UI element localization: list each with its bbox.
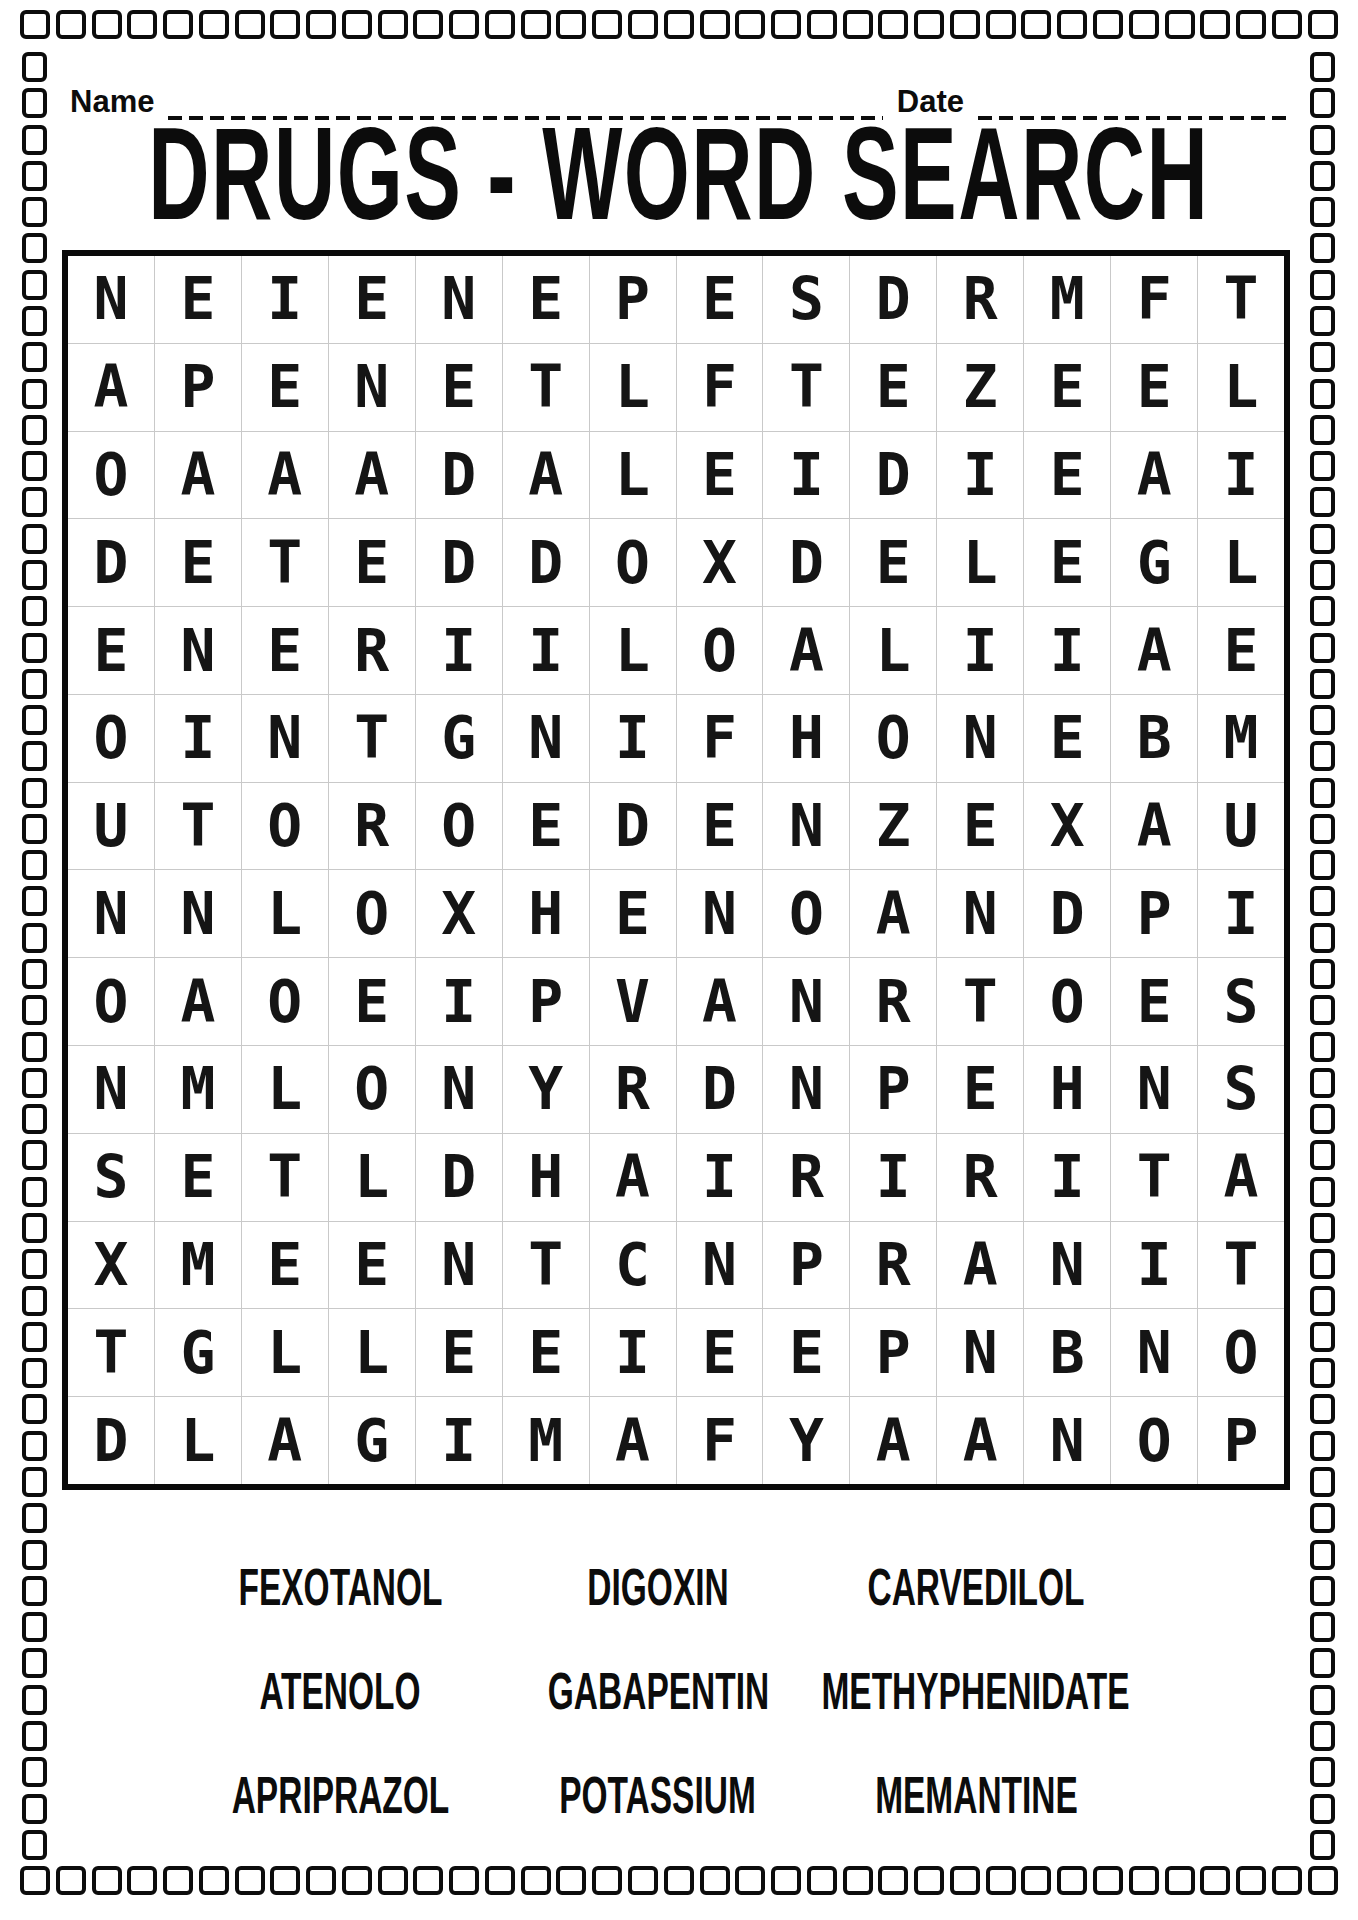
grid-cell-r9c10[interactable]: R <box>850 958 936 1045</box>
border-square <box>1310 995 1335 1025</box>
grid-cell-r13c2[interactable]: G <box>155 1309 241 1396</box>
grid-cell-r8c8[interactable]: N <box>677 870 763 957</box>
border-square <box>700 1866 730 1895</box>
grid-cell-r10c3[interactable]: L <box>242 1046 328 1133</box>
grid-cell-r11c13[interactable]: T <box>1111 1134 1197 1221</box>
grid-cell-r3c9[interactable]: I <box>763 432 849 519</box>
grid-cell-r8c5[interactable]: X <box>416 870 502 957</box>
border-square <box>22 1140 47 1170</box>
border-square <box>1310 1213 1335 1243</box>
border-square <box>22 1721 47 1751</box>
border-square <box>1310 52 1335 82</box>
border-square <box>22 1286 47 1316</box>
grid-cell-r13c14[interactable]: O <box>1198 1309 1284 1396</box>
grid-cell-r7c3[interactable]: O <box>242 783 328 870</box>
grid-cell-r1c13[interactable]: F <box>1111 256 1197 343</box>
border-square <box>22 1213 47 1243</box>
grid-cell-r7c5[interactable]: O <box>416 783 502 870</box>
grid-cell-r11c14[interactable]: A <box>1198 1134 1284 1221</box>
border-square <box>807 1866 837 1895</box>
grid-cell-r1c3[interactable]: I <box>242 256 328 343</box>
grid-cell-r12c9[interactable]: P <box>763 1222 849 1309</box>
border-square <box>1310 923 1335 953</box>
grid-cell-r11c1[interactable]: S <box>68 1134 154 1221</box>
border-square <box>378 10 408 39</box>
grid-cell-r1c5[interactable]: N <box>416 256 502 343</box>
grid-cell-r8c7[interactable]: E <box>590 870 676 957</box>
word-list-item: CARVEDILOL <box>817 1535 1135 1639</box>
word-list-item: APRIPRAZOL <box>181 1743 499 1847</box>
grid-cell-r11c7[interactable]: A <box>590 1134 676 1221</box>
grid-cell-r4c2[interactable]: E <box>155 519 241 606</box>
border-square <box>1310 596 1335 626</box>
word-list-item: DIGOXIN <box>499 1535 817 1639</box>
grid-cell-r14c11[interactable]: A <box>937 1397 1023 1484</box>
grid-cell-r9c6[interactable]: P <box>503 958 589 1045</box>
grid-cell-r4c12[interactable]: E <box>1024 519 1110 606</box>
border-square <box>163 10 193 39</box>
grid-cell-r14c3[interactable]: A <box>242 1397 328 1484</box>
grid-cell-r7c4[interactable]: R <box>329 783 415 870</box>
grid-cell-r10c4[interactable]: O <box>329 1046 415 1133</box>
grid-cell-r6c13[interactable]: B <box>1111 695 1197 782</box>
grid-cell-r8c2[interactable]: N <box>155 870 241 957</box>
grid-cell-r3c14[interactable]: I <box>1198 432 1284 519</box>
grid-cell-r7c11[interactable]: E <box>937 783 1023 870</box>
border-square <box>92 10 122 39</box>
grid-cell-r13c7[interactable]: I <box>590 1309 676 1396</box>
grid-cell-r14c2[interactable]: L <box>155 1397 241 1484</box>
grid-cell-r7c8[interactable]: E <box>677 783 763 870</box>
grid-cell-r4c8[interactable]: X <box>677 519 763 606</box>
grid-cell-r2c12[interactable]: E <box>1024 344 1110 431</box>
grid-cell-r12c3[interactable]: E <box>242 1222 328 1309</box>
grid-cell-r10c6[interactable]: Y <box>503 1046 589 1133</box>
grid-cell-r8c1[interactable]: N <box>68 870 154 957</box>
border-square <box>771 10 801 39</box>
grid-cell-r12c11[interactable]: A <box>937 1222 1023 1309</box>
border-square <box>1057 1866 1087 1895</box>
grid-cell-r5c7[interactable]: L <box>590 607 676 694</box>
grid-cell-r11c3[interactable]: T <box>242 1134 328 1221</box>
border-square <box>664 10 694 39</box>
grid-cell-r11c8[interactable]: I <box>677 1134 763 1221</box>
grid-cell-r4c4[interactable]: E <box>329 519 415 606</box>
border-square <box>413 10 443 39</box>
decorative-border-left <box>22 52 48 1860</box>
border-square <box>521 1866 551 1895</box>
grid-cell-r11c10[interactable]: I <box>850 1134 936 1221</box>
border-square <box>664 1866 694 1895</box>
grid-cell-r8c13[interactable]: P <box>1111 870 1197 957</box>
grid-cell-r4c13[interactable]: G <box>1111 519 1197 606</box>
grid-cell-r10c5[interactable]: N <box>416 1046 502 1133</box>
grid-cell-r6c8[interactable]: F <box>677 695 763 782</box>
border-square <box>22 415 47 445</box>
grid-cell-r9c14[interactable]: S <box>1198 958 1284 1045</box>
border-square <box>1236 10 1266 39</box>
grid-cell-r13c13[interactable]: N <box>1111 1309 1197 1396</box>
worksheet-page: Name Date DRUGS - WORD SEARCH NEIENEPESD… <box>0 0 1358 1920</box>
grid-cell-r2c5[interactable]: E <box>416 344 502 431</box>
grid-cell-r8c12[interactable]: D <box>1024 870 1110 957</box>
grid-cell-r5c3[interactable]: E <box>242 607 328 694</box>
grid-cell-r9c4[interactable]: E <box>329 958 415 1045</box>
grid-cell-r10c13[interactable]: N <box>1111 1046 1197 1133</box>
grid-cell-r3c8[interactable]: E <box>677 432 763 519</box>
grid-cell-r3c6[interactable]: A <box>503 432 589 519</box>
word-list-item: ATENOLO <box>181 1639 499 1743</box>
border-square <box>306 1866 336 1895</box>
grid-cell-r1c11[interactable]: R <box>937 256 1023 343</box>
border-square <box>22 1322 47 1352</box>
border-square <box>1310 1322 1335 1352</box>
border-square <box>1236 1866 1266 1895</box>
grid-cell-r7c1[interactable]: U <box>68 783 154 870</box>
border-square <box>1200 1866 1230 1895</box>
grid-cell-r3c12[interactable]: E <box>1024 432 1110 519</box>
border-square <box>342 10 372 39</box>
grid-cell-r5c9[interactable]: A <box>763 607 849 694</box>
grid-cell-r10c11[interactable]: E <box>937 1046 1023 1133</box>
grid-cell-r9c2[interactable]: A <box>155 958 241 1045</box>
border-square <box>1165 10 1195 39</box>
grid-cell-r12c13[interactable]: I <box>1111 1222 1197 1309</box>
border-square <box>22 1648 47 1678</box>
border-square <box>1093 1866 1123 1895</box>
border-square <box>22 342 47 372</box>
grid-cell-r5c5[interactable]: I <box>416 607 502 694</box>
border-square <box>22 1032 47 1062</box>
grid-cell-r14c9[interactable]: Y <box>763 1397 849 1484</box>
border-square <box>22 778 47 808</box>
grid-cell-r3c7[interactable]: L <box>590 432 676 519</box>
grid-cell-r6c1[interactable]: O <box>68 695 154 782</box>
border-square <box>449 1866 479 1895</box>
border-square <box>22 1794 47 1824</box>
grid-cell-r12c1[interactable]: X <box>68 1222 154 1309</box>
border-square <box>22 1757 47 1787</box>
grid-cell-r11c6[interactable]: H <box>503 1134 589 1221</box>
grid-cell-r14c13[interactable]: O <box>1111 1397 1197 1484</box>
grid-cell-r2c6[interactable]: T <box>503 344 589 431</box>
grid-cell-r11c4[interactable]: L <box>329 1134 415 1221</box>
grid-cell-r4c14[interactable]: L <box>1198 519 1284 606</box>
grid-cell-r1c8[interactable]: E <box>677 256 763 343</box>
grid-cell-r13c3[interactable]: L <box>242 1309 328 1396</box>
grid-cell-r5c14[interactable]: E <box>1198 607 1284 694</box>
grid-cell-r3c1[interactable]: O <box>68 432 154 519</box>
border-square <box>485 10 515 39</box>
border-square <box>1310 633 1335 663</box>
border-square <box>914 1866 944 1895</box>
grid-cell-r2c10[interactable]: E <box>850 344 936 431</box>
grid-cell-r7c7[interactable]: D <box>590 783 676 870</box>
border-square <box>1310 1249 1335 1279</box>
grid-cell-r2c3[interactable]: E <box>242 344 328 431</box>
grid-cell-r2c8[interactable]: F <box>677 344 763 431</box>
border-square <box>22 379 47 409</box>
grid-cell-r8c4[interactable]: O <box>329 870 415 957</box>
grid-cell-r10c14[interactable]: S <box>1198 1046 1284 1133</box>
grid-cell-r14c14[interactable]: P <box>1198 1397 1284 1484</box>
word-search-grid: NEIENEPESDRMFTAPENETLFTEZEELOAAADALEIDIE… <box>62 250 1290 1490</box>
grid-cell-r6c14[interactable]: M <box>1198 695 1284 782</box>
border-square <box>1093 10 1123 39</box>
grid-cell-r10c2[interactable]: M <box>155 1046 241 1133</box>
grid-cell-r8c6[interactable]: H <box>503 870 589 957</box>
grid-cell-r3c10[interactable]: D <box>850 432 936 519</box>
grid-cell-r2c7[interactable]: L <box>590 344 676 431</box>
grid-cell-r14c4[interactable]: G <box>329 1397 415 1484</box>
grid-cell-r14c12[interactable]: N <box>1024 1397 1110 1484</box>
border-square <box>1310 1286 1335 1316</box>
grid-cell-r10c1[interactable]: N <box>68 1046 154 1133</box>
grid-cell-r7c2[interactable]: T <box>155 783 241 870</box>
border-square <box>1272 1866 1302 1895</box>
border-square <box>22 923 47 953</box>
border-square <box>22 524 47 554</box>
grid-cell-r13c8[interactable]: E <box>677 1309 763 1396</box>
grid-cell-r9c7[interactable]: V <box>590 958 676 1045</box>
border-square <box>22 814 47 844</box>
grid-cell-r12c4[interactable]: E <box>329 1222 415 1309</box>
grid-cell-r6c9[interactable]: H <box>763 695 849 782</box>
border-square <box>449 10 479 39</box>
grid-cell-r1c2[interactable]: E <box>155 256 241 343</box>
grid-cell-r1c14[interactable]: T <box>1198 256 1284 343</box>
border-square <box>22 596 47 626</box>
grid-cell-r7c14[interactable]: U <box>1198 783 1284 870</box>
grid-cell-r3c2[interactable]: A <box>155 432 241 519</box>
grid-cell-r3c13[interactable]: A <box>1111 432 1197 519</box>
grid-cell-r12c10[interactable]: R <box>850 1222 936 1309</box>
grid-cell-r4c10[interactable]: E <box>850 519 936 606</box>
border-square <box>235 10 265 39</box>
grid-cell-r11c5[interactable]: D <box>416 1134 502 1221</box>
grid-cell-r10c7[interactable]: R <box>590 1046 676 1133</box>
grid-cell-r7c6[interactable]: E <box>503 783 589 870</box>
grid-cell-r10c9[interactable]: N <box>763 1046 849 1133</box>
grid-cell-r14c1[interactable]: D <box>68 1397 154 1484</box>
grid-cell-r1c9[interactable]: S <box>763 256 849 343</box>
grid-cell-r13c1[interactable]: T <box>68 1309 154 1396</box>
grid-cell-r8c11[interactable]: N <box>937 870 1023 957</box>
grid-cell-r8c9[interactable]: O <box>763 870 849 957</box>
border-square <box>1310 342 1335 372</box>
border-square <box>1308 10 1338 39</box>
grid-cell-r13c10[interactable]: P <box>850 1309 936 1396</box>
grid-cell-r6c6[interactable]: N <box>503 695 589 782</box>
word-list-item: METHYPHENIDATE <box>817 1639 1135 1743</box>
border-square <box>22 1467 47 1497</box>
border-square <box>1310 850 1335 880</box>
border-square <box>22 52 47 82</box>
grid-cell-r14c8[interactable]: F <box>677 1397 763 1484</box>
word-list-item: FEXOTANOL <box>181 1535 499 1639</box>
border-square <box>1165 1866 1195 1895</box>
border-square <box>22 487 47 517</box>
border-square <box>270 1866 300 1895</box>
grid-cell-r10c8[interactable]: D <box>677 1046 763 1133</box>
border-square <box>22 1358 47 1388</box>
grid-cell-r10c12[interactable]: H <box>1024 1046 1110 1133</box>
grid-cell-r5c13[interactable]: A <box>1111 607 1197 694</box>
border-square <box>22 850 47 880</box>
grid-cell-r14c7[interactable]: A <box>590 1397 676 1484</box>
border-square <box>22 1394 47 1424</box>
border-square <box>592 10 622 39</box>
grid-cell-r5c10[interactable]: L <box>850 607 936 694</box>
border-square <box>1310 814 1335 844</box>
grid-cell-r1c10[interactable]: D <box>850 256 936 343</box>
grid-cell-r4c5[interactable]: D <box>416 519 502 606</box>
grid-cell-r2c4[interactable]: N <box>329 344 415 431</box>
grid-cell-r11c12[interactable]: I <box>1024 1134 1110 1221</box>
border-square <box>22 1503 47 1533</box>
border-square <box>306 10 336 39</box>
border-square <box>1310 1467 1335 1497</box>
border-square <box>22 741 47 771</box>
grid-cell-r14c10[interactable]: A <box>850 1397 936 1484</box>
border-square <box>1310 415 1335 445</box>
border-square <box>592 1866 622 1895</box>
grid-cell-r4c3[interactable]: T <box>242 519 328 606</box>
border-square <box>22 959 47 989</box>
border-square <box>342 1866 372 1895</box>
grid-cell-r1c4[interactable]: E <box>329 256 415 343</box>
grid-cell-r6c12[interactable]: E <box>1024 695 1110 782</box>
grid-cell-r6c10[interactable]: O <box>850 695 936 782</box>
border-square <box>270 10 300 39</box>
border-square <box>735 1866 765 1895</box>
grid-cell-r12c7[interactable]: C <box>590 1222 676 1309</box>
grid-cell-r13c6[interactable]: E <box>503 1309 589 1396</box>
border-square <box>521 10 551 39</box>
border-square <box>1310 886 1335 916</box>
grid-cell-r13c9[interactable]: E <box>763 1309 849 1396</box>
grid-cell-r8c10[interactable]: A <box>850 870 936 957</box>
grid-cell-r4c7[interactable]: O <box>590 519 676 606</box>
border-square <box>22 669 47 699</box>
grid-cell-r11c11[interactable]: R <box>937 1134 1023 1221</box>
grid-cell-r6c11[interactable]: N <box>937 695 1023 782</box>
grid-cell-r12c12[interactable]: N <box>1024 1222 1110 1309</box>
grid-cell-r14c5[interactable]: I <box>416 1397 502 1484</box>
grid-cell-r7c13[interactable]: A <box>1111 783 1197 870</box>
grid-cell-r5c1[interactable]: E <box>68 607 154 694</box>
grid-cell-r9c13[interactable]: E <box>1111 958 1197 1045</box>
grid-cell-r5c12[interactable]: I <box>1024 607 1110 694</box>
grid-cell-r8c3[interactable]: L <box>242 870 328 957</box>
grid-cell-r3c3[interactable]: A <box>242 432 328 519</box>
border-square <box>20 10 50 39</box>
grid-cell-r7c10[interactable]: Z <box>850 783 936 870</box>
border-square <box>56 1866 86 1895</box>
grid-cell-r13c12[interactable]: B <box>1024 1309 1110 1396</box>
grid-cell-r12c5[interactable]: N <box>416 1222 502 1309</box>
grid-cell-r6c3[interactable]: N <box>242 695 328 782</box>
border-square <box>1021 1866 1051 1895</box>
grid-cell-r10c10[interactable]: P <box>850 1046 936 1133</box>
border-square <box>878 10 908 39</box>
grid-cell-r4c6[interactable]: D <box>503 519 589 606</box>
grid-cell-r5c4[interactable]: R <box>329 607 415 694</box>
grid-cell-r5c11[interactable]: I <box>937 607 1023 694</box>
grid-cell-r11c2[interactable]: E <box>155 1134 241 1221</box>
grid-cell-r4c1[interactable]: D <box>68 519 154 606</box>
border-square <box>878 1866 908 1895</box>
border-square <box>1310 669 1335 699</box>
grid-cell-r9c1[interactable]: O <box>68 958 154 1045</box>
grid-cell-r9c11[interactable]: T <box>937 958 1023 1045</box>
grid-cell-r6c2[interactable]: I <box>155 695 241 782</box>
grid-cell-r13c5[interactable]: E <box>416 1309 502 1396</box>
border-square <box>20 1866 50 1895</box>
grid-cell-r1c6[interactable]: E <box>503 256 589 343</box>
grid-cell-r2c13[interactable]: E <box>1111 344 1197 431</box>
grid-cell-r2c2[interactable]: P <box>155 344 241 431</box>
grid-cell-r1c7[interactable]: P <box>590 256 676 343</box>
grid-cell-r5c2[interactable]: N <box>155 607 241 694</box>
grid-cell-r6c4[interactable]: T <box>329 695 415 782</box>
grid-cell-r13c11[interactable]: N <box>937 1309 1023 1396</box>
grid-cell-r7c9[interactable]: N <box>763 783 849 870</box>
border-square <box>22 1177 47 1207</box>
border-square <box>1310 1431 1335 1461</box>
border-square <box>807 10 837 39</box>
grid-cell-r3c11[interactable]: I <box>937 432 1023 519</box>
border-square <box>1310 778 1335 808</box>
grid-cell-r14c6[interactable]: M <box>503 1397 589 1484</box>
grid-cell-r2c14[interactable]: L <box>1198 344 1284 431</box>
grid-cell-r13c4[interactable]: L <box>329 1309 415 1396</box>
grid-cell-r12c6[interactable]: T <box>503 1222 589 1309</box>
grid-cell-r11c9[interactable]: R <box>763 1134 849 1221</box>
border-square <box>22 1685 47 1715</box>
grid-cell-r1c1[interactable]: N <box>68 256 154 343</box>
grid-cell-r6c7[interactable]: I <box>590 695 676 782</box>
grid-cell-r5c6[interactable]: I <box>503 607 589 694</box>
grid-cell-r7c12[interactable]: X <box>1024 783 1110 870</box>
grid-cell-r8c14[interactable]: I <box>1198 870 1284 957</box>
grid-cell-r9c5[interactable]: I <box>416 958 502 1045</box>
grid-cell-r1c12[interactable]: M <box>1024 256 1110 343</box>
border-square <box>22 1540 47 1570</box>
grid-cell-r9c9[interactable]: N <box>763 958 849 1045</box>
grid-cell-r3c4[interactable]: A <box>329 432 415 519</box>
grid-cell-r2c9[interactable]: T <box>763 344 849 431</box>
grid-cell-r4c9[interactable]: D <box>763 519 849 606</box>
grid-cell-r4c11[interactable]: L <box>937 519 1023 606</box>
grid-cell-r9c12[interactable]: O <box>1024 958 1110 1045</box>
grid-cell-r12c2[interactable]: M <box>155 1222 241 1309</box>
grid-cell-r3c5[interactable]: D <box>416 432 502 519</box>
grid-cell-r9c8[interactable]: A <box>677 958 763 1045</box>
grid-cell-r2c1[interactable]: A <box>68 344 154 431</box>
border-square <box>1310 705 1335 735</box>
grid-cell-r9c3[interactable]: O <box>242 958 328 1045</box>
grid-cell-r5c8[interactable]: O <box>677 607 763 694</box>
grid-cell-r6c5[interactable]: G <box>416 695 502 782</box>
grid-cell-r2c11[interactable]: Z <box>937 344 1023 431</box>
border-square <box>127 10 157 39</box>
border-square <box>628 1866 658 1895</box>
grid-cell-r12c14[interactable]: T <box>1198 1222 1284 1309</box>
border-square <box>22 1249 47 1279</box>
grid-cell-r12c8[interactable]: N <box>677 1222 763 1309</box>
border-square <box>1310 1032 1335 1062</box>
